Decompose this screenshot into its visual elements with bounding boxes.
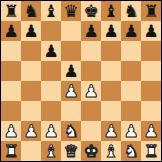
square-h3[interactable] <box>141 101 161 121</box>
chess-board: ♜♞♝♛♚♝♞♜♟♟♟♟♟♟♟♟♟♟♟♟♟♞♟♟♟♜♝♛♚♝♞♜ <box>0 0 162 162</box>
square-c7[interactable] <box>41 21 61 41</box>
square-g3[interactable] <box>121 101 141 121</box>
square-d4[interactable]: ♟ <box>61 81 81 101</box>
square-g7[interactable]: ♟ <box>121 21 141 41</box>
square-f5[interactable] <box>101 61 121 81</box>
square-d8[interactable]: ♛ <box>61 1 81 21</box>
square-c8[interactable]: ♝ <box>41 1 61 21</box>
square-d5[interactable]: ♟ <box>61 61 81 81</box>
square-b1[interactable] <box>21 141 41 161</box>
square-e5[interactable] <box>81 61 101 81</box>
square-g1[interactable]: ♞ <box>121 141 141 161</box>
square-f7[interactable]: ♟ <box>101 21 121 41</box>
square-a3[interactable] <box>1 101 21 121</box>
square-a7[interactable]: ♟ <box>1 21 21 41</box>
square-c4[interactable] <box>41 81 61 101</box>
square-e3[interactable] <box>81 101 101 121</box>
black-pawn: ♟ <box>143 21 158 41</box>
square-d3[interactable] <box>61 101 81 121</box>
white-knight: ♞ <box>123 141 138 161</box>
white-pawn: ♟ <box>103 121 118 141</box>
square-d6[interactable] <box>61 41 81 61</box>
square-a1[interactable]: ♜ <box>1 141 21 161</box>
board-grid: ♜♞♝♛♚♝♞♜♟♟♟♟♟♟♟♟♟♟♟♟♟♞♟♟♟♜♝♛♚♝♞♜ <box>1 1 161 161</box>
black-queen: ♛ <box>63 1 78 21</box>
square-c1[interactable]: ♝ <box>41 141 61 161</box>
square-b7[interactable]: ♟ <box>21 21 41 41</box>
black-pawn: ♟ <box>23 21 38 41</box>
square-e2[interactable] <box>81 121 101 141</box>
square-b8[interactable]: ♞ <box>21 1 41 21</box>
square-b6[interactable] <box>21 41 41 61</box>
white-pawn: ♟ <box>123 121 138 141</box>
black-pawn: ♟ <box>103 21 118 41</box>
white-king: ♚ <box>83 141 98 161</box>
black-pawn: ♟ <box>83 21 98 41</box>
black-knight: ♞ <box>123 1 138 21</box>
square-b2[interactable]: ♟ <box>21 121 41 141</box>
square-h5[interactable] <box>141 61 161 81</box>
black-rook: ♜ <box>143 1 158 21</box>
square-f2[interactable]: ♟ <box>101 121 121 141</box>
square-c2[interactable]: ♟ <box>41 121 61 141</box>
white-pawn: ♟ <box>23 121 38 141</box>
square-g5[interactable] <box>121 61 141 81</box>
black-pawn: ♟ <box>123 21 138 41</box>
square-f1[interactable]: ♝ <box>101 141 121 161</box>
square-e6[interactable] <box>81 41 101 61</box>
square-f3[interactable] <box>101 101 121 121</box>
white-bishop: ♝ <box>103 141 118 161</box>
square-b4[interactable] <box>21 81 41 101</box>
white-bishop: ♝ <box>43 141 58 161</box>
black-king: ♚ <box>83 1 98 21</box>
square-g2[interactable]: ♟ <box>121 121 141 141</box>
square-e8[interactable]: ♚ <box>81 1 101 21</box>
square-a8[interactable]: ♜ <box>1 1 21 21</box>
square-g6[interactable] <box>121 41 141 61</box>
square-h8[interactable]: ♜ <box>141 1 161 21</box>
white-knight: ♞ <box>63 121 78 141</box>
square-h2[interactable]: ♟ <box>141 121 161 141</box>
white-pawn: ♟ <box>83 81 98 101</box>
square-f8[interactable]: ♝ <box>101 1 121 21</box>
square-d2[interactable]: ♞ <box>61 121 81 141</box>
square-e7[interactable]: ♟ <box>81 21 101 41</box>
square-g8[interactable]: ♞ <box>121 1 141 21</box>
square-e4[interactable]: ♟ <box>81 81 101 101</box>
square-a2[interactable]: ♟ <box>1 121 21 141</box>
white-rook: ♜ <box>3 141 18 161</box>
square-a4[interactable] <box>1 81 21 101</box>
white-pawn: ♟ <box>3 121 18 141</box>
square-a6[interactable] <box>1 41 21 61</box>
square-d1[interactable]: ♛ <box>61 141 81 161</box>
square-d7[interactable] <box>61 21 81 41</box>
black-rook: ♜ <box>3 1 18 21</box>
square-h6[interactable] <box>141 41 161 61</box>
square-a5[interactable] <box>1 61 21 81</box>
black-pawn: ♟ <box>63 61 78 81</box>
white-queen: ♛ <box>63 141 78 161</box>
black-pawn: ♟ <box>43 41 58 61</box>
white-pawn: ♟ <box>43 121 58 141</box>
black-pawn: ♟ <box>3 21 18 41</box>
square-g4[interactable] <box>121 81 141 101</box>
square-f6[interactable] <box>101 41 121 61</box>
square-c6[interactable]: ♟ <box>41 41 61 61</box>
square-h4[interactable] <box>141 81 161 101</box>
square-e1[interactable]: ♚ <box>81 141 101 161</box>
square-h7[interactable]: ♟ <box>141 21 161 41</box>
black-knight: ♞ <box>23 1 38 21</box>
square-c3[interactable] <box>41 101 61 121</box>
black-bishop: ♝ <box>103 1 118 21</box>
square-b3[interactable] <box>21 101 41 121</box>
white-pawn: ♟ <box>63 81 78 101</box>
square-c5[interactable] <box>41 61 61 81</box>
black-bishop: ♝ <box>43 1 58 21</box>
square-h1[interactable]: ♜ <box>141 141 161 161</box>
square-f4[interactable] <box>101 81 121 101</box>
white-pawn: ♟ <box>143 121 158 141</box>
white-rook: ♜ <box>143 141 158 161</box>
square-b5[interactable] <box>21 61 41 81</box>
